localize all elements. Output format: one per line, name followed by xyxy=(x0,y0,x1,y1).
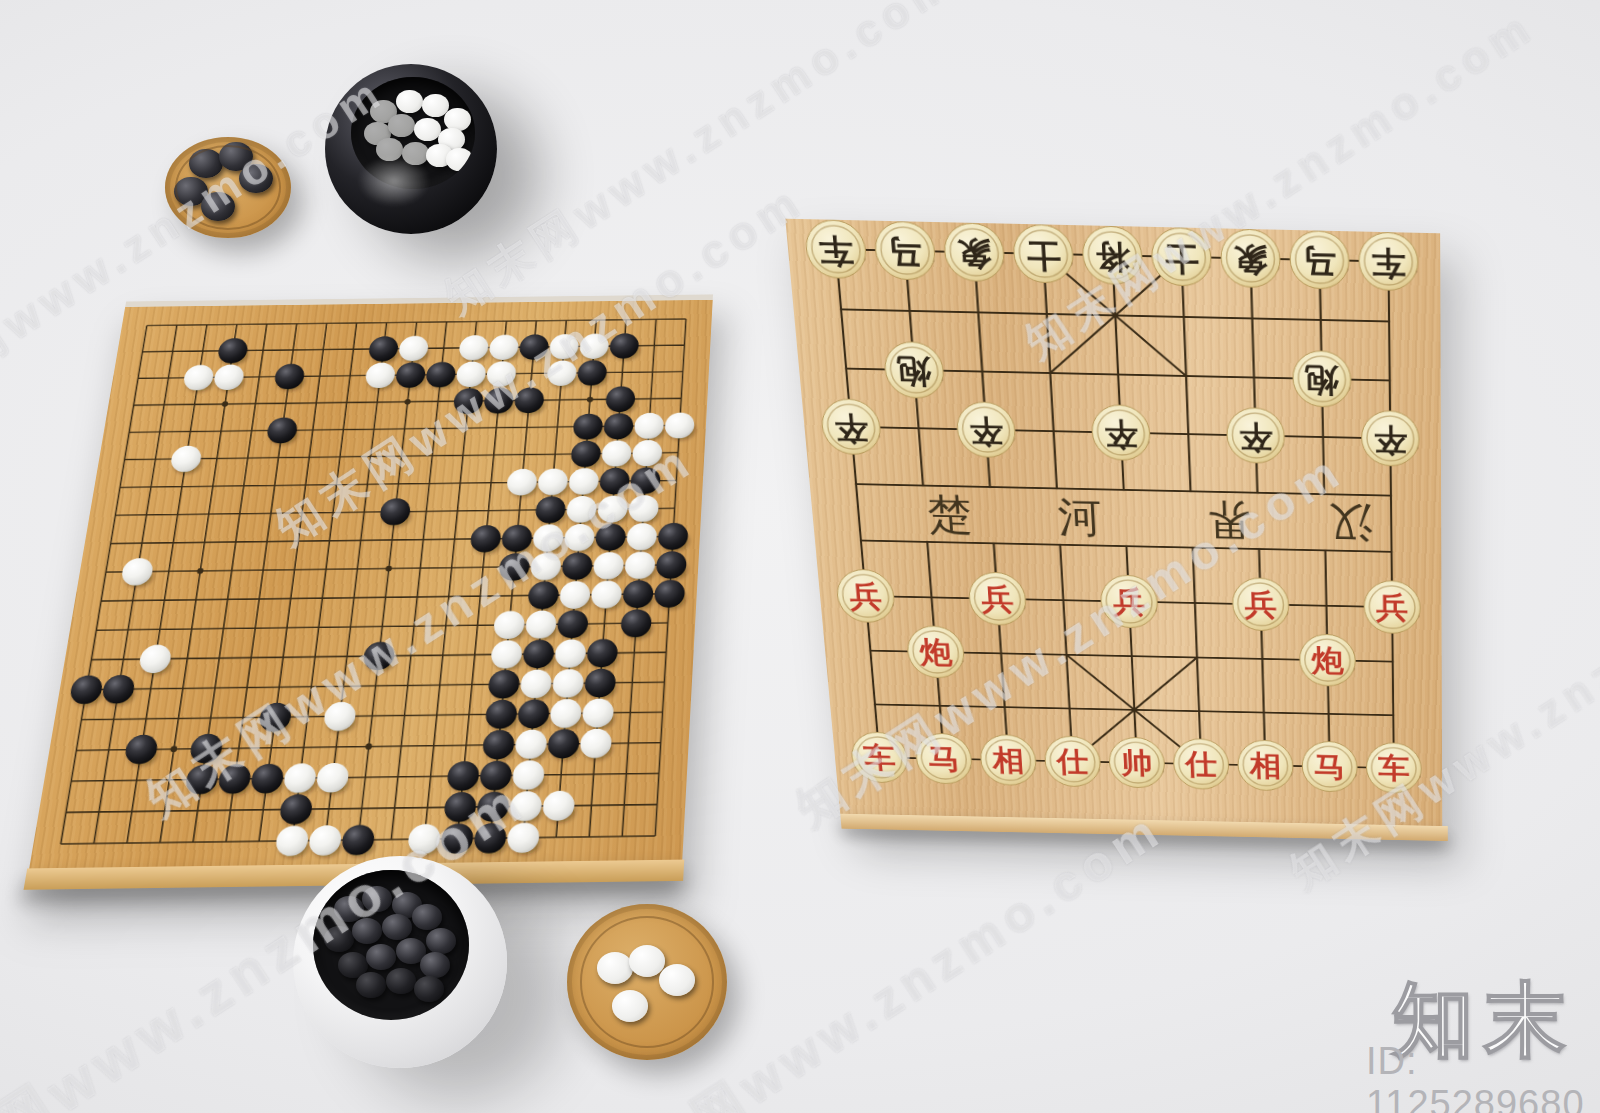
piece-label: 卒 xyxy=(968,413,1005,450)
piece-label: 车 xyxy=(817,231,854,270)
piece-label: 帅 xyxy=(1119,746,1153,780)
piece-label: 炮 xyxy=(917,635,953,670)
piece-label: 士 xyxy=(1164,239,1200,278)
piece-label: 象 xyxy=(1233,240,1269,279)
go-star-point xyxy=(222,401,229,407)
black-stone-loose xyxy=(366,944,396,970)
go-grid xyxy=(57,319,690,845)
go-star-point xyxy=(365,743,372,749)
piece-label: 将 xyxy=(1094,237,1132,276)
piece-label: 马 xyxy=(927,742,961,776)
river-text: 楚 xyxy=(926,489,974,539)
piece-label: 车 xyxy=(862,741,897,775)
black-stone-loose xyxy=(352,918,382,944)
go-board xyxy=(29,294,713,868)
piece-label: 车 xyxy=(1378,752,1410,786)
white-bowl-mouth xyxy=(313,870,469,1020)
black-stone-loose xyxy=(174,177,208,207)
piece-label: 卒 xyxy=(1373,421,1408,458)
black-stone-loose xyxy=(386,968,416,994)
piece-label: 相 xyxy=(1248,749,1281,783)
piece-label: 兵 xyxy=(979,581,1015,616)
white-stone-loose xyxy=(612,990,648,1022)
black-stone-loose xyxy=(426,928,456,954)
white-stone-loose xyxy=(629,945,665,977)
piece-label: 马 xyxy=(887,233,924,272)
xiangqi-grid: 楚河界汉车马象士将士象马车炮炮卒卒卒卒卒兵兵兵兵兵炮炮车马相仕帅仕相马车 xyxy=(836,249,1394,768)
image-id-label: ID: 1125289680 xyxy=(1366,1040,1600,1113)
white-go-bowl xyxy=(293,856,507,1068)
white-stone-loose xyxy=(396,90,423,114)
piece-label: 马 xyxy=(1314,750,1346,784)
scene: 楚河界汉车马象士将士象马车炮炮卒卒卒卒卒兵兵兵兵兵炮炮车马相仕帅仕相马车 知末网… xyxy=(0,0,1600,1113)
white-stone-loose xyxy=(388,114,415,138)
white-stone-loose xyxy=(376,138,403,162)
go-star-point xyxy=(197,568,204,574)
go-star-point xyxy=(170,746,178,752)
piece-label: 炮 xyxy=(1310,643,1344,678)
white-stone-loose xyxy=(659,964,695,996)
piece-label: 仕 xyxy=(1054,745,1089,779)
piece-label: 士 xyxy=(1025,236,1061,275)
black-stone-loose xyxy=(189,149,223,179)
white-stone-loose xyxy=(414,118,441,142)
go-star-point xyxy=(404,399,411,405)
piece-label: 炮 xyxy=(896,353,933,391)
river-text-rotated: 界 xyxy=(1206,495,1252,545)
piece-label: 卒 xyxy=(1238,418,1273,455)
black-go-bowl xyxy=(325,64,497,234)
white-stone-loose xyxy=(597,952,633,984)
piece-label: 象 xyxy=(956,234,994,273)
river-text: 河 xyxy=(1056,492,1103,542)
black-bowl-mouth xyxy=(351,77,475,189)
black-stone-loose xyxy=(239,164,273,194)
black-stone-loose xyxy=(414,976,444,1002)
xiangqi-board: 楚河界汉车马象士将士象马车炮炮卒卒卒卒卒兵兵兵兵兵炮炮车马相仕帅仕相马车 xyxy=(785,219,1442,826)
piece-label: 炮 xyxy=(1305,362,1340,400)
go-stone-lid-top xyxy=(165,137,291,238)
white-stone-loose xyxy=(402,142,429,166)
piece-label: 相 xyxy=(990,743,1025,777)
go-star-point xyxy=(385,566,392,572)
go-stone-lid-bottom xyxy=(567,904,727,1060)
black-stone-loose xyxy=(356,972,386,998)
go-star-point xyxy=(587,397,594,403)
white-stone-loose xyxy=(446,148,473,172)
black-stone-loose xyxy=(324,926,354,952)
river-text-rotated: 汉 xyxy=(1328,498,1373,548)
black-stone-loose xyxy=(219,142,253,172)
piece-label: 兵 xyxy=(1111,584,1146,619)
black-stone-loose xyxy=(382,914,412,940)
piece-label: 仕 xyxy=(1183,747,1218,781)
piece-label: 兵 xyxy=(1375,590,1409,625)
piece-label: 车 xyxy=(1371,243,1405,282)
black-stone-loose xyxy=(201,192,235,222)
black-stone-loose xyxy=(420,952,450,978)
piece-label: 卒 xyxy=(1103,415,1139,452)
black-stone-loose xyxy=(412,904,442,930)
piece-label: 兵 xyxy=(847,579,883,614)
piece-label: 马 xyxy=(1302,242,1337,281)
black-stone-loose xyxy=(362,886,392,912)
piece-label: 兵 xyxy=(1243,587,1277,622)
piece-label: 卒 xyxy=(833,410,870,447)
